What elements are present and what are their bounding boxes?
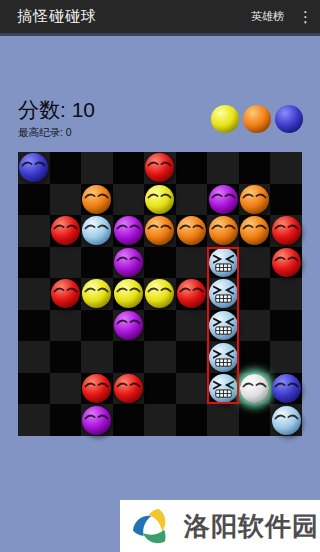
blue-closed-eyes-face-icon	[272, 374, 301, 403]
blue-grit-teeth-ball[interactable]	[209, 311, 238, 340]
purple-ball[interactable]	[114, 248, 143, 277]
board-cell-r2c3[interactable]	[113, 215, 145, 247]
yellow-closed-eyes-face-icon	[145, 279, 174, 308]
red-ball[interactable]	[114, 374, 143, 403]
orange-ball[interactable]	[240, 185, 269, 214]
red-ball[interactable]	[145, 153, 174, 182]
board-cell-r0c8[interactable]	[270, 152, 302, 184]
board-cell-r4c7[interactable]	[239, 278, 271, 310]
board-cell-r7c6[interactable]	[207, 373, 239, 405]
board-cell-r5c2[interactable]	[81, 310, 113, 342]
orange-closed-eyes-face-icon	[82, 185, 111, 214]
board-cell-r7c0[interactable]	[18, 373, 50, 405]
board-cell-r1c6[interactable]	[207, 184, 239, 216]
board-cell-r3c6[interactable]	[207, 247, 239, 279]
purple-closed-eyes-face-icon	[114, 216, 143, 245]
app-title: 搞怪碰碰球	[17, 7, 97, 26]
board-cell-r4c2[interactable]	[81, 278, 113, 310]
orange-closed-eyes-face-icon	[240, 216, 269, 245]
orange-closed-eyes-face-icon	[177, 216, 206, 245]
board-cell-r2c1[interactable]	[50, 215, 82, 247]
board-cell-r0c1[interactable]	[50, 152, 82, 184]
board-cell-r6c0[interactable]	[18, 341, 50, 373]
board-cell-r7c8[interactable]	[270, 373, 302, 405]
next-yellow-ball	[211, 105, 239, 133]
board-cell-r8c8[interactable]	[270, 404, 302, 436]
red-closed-eyes-face-icon	[51, 216, 80, 245]
white-closed-eyes-face-icon	[240, 374, 269, 403]
board-cell-r4c8[interactable]	[270, 278, 302, 310]
board-cell-r3c1[interactable]	[50, 247, 82, 279]
board-cell-r0c3[interactable]	[113, 152, 145, 184]
blue-grit-teeth-angry-face-icon	[209, 311, 238, 340]
yellow-ball[interactable]	[145, 279, 174, 308]
board-cell-r4c6[interactable]	[207, 278, 239, 310]
board-cell-r3c0[interactable]	[18, 247, 50, 279]
white-ball[interactable]	[240, 374, 269, 403]
purple-closed-eyes-face-icon	[209, 185, 238, 214]
purple-closed-eyes-face-icon	[82, 406, 111, 435]
board-cell-r8c4[interactable]	[144, 404, 176, 436]
next-blue-ball	[275, 105, 303, 133]
yellow-closed-eyes-face-icon	[145, 185, 174, 214]
board-cell-r4c1[interactable]	[50, 278, 82, 310]
orange-closed-eyes-face-icon	[145, 216, 174, 245]
board-cell-r4c0[interactable]	[18, 278, 50, 310]
board-cell-r1c4[interactable]	[144, 184, 176, 216]
red-closed-eyes-face-icon	[145, 153, 174, 182]
cyan-closed-eyes-face-icon	[82, 216, 111, 245]
red-ball[interactable]	[51, 279, 80, 308]
board-cell-r2c6[interactable]	[207, 215, 239, 247]
board-cell-r6c6[interactable]	[207, 341, 239, 373]
orange-ball[interactable]	[209, 216, 238, 245]
blue-grit-teeth-ball[interactable]	[209, 343, 238, 372]
board-cell-r6c4[interactable]	[144, 341, 176, 373]
purple-ball[interactable]	[209, 185, 238, 214]
board-cell-r0c2[interactable]	[81, 152, 113, 184]
board-cell-r5c4[interactable]	[144, 310, 176, 342]
red-closed-eyes-face-icon	[114, 374, 143, 403]
board-cell-r6c5[interactable]	[176, 341, 208, 373]
watermark: 洛阳软件园	[120, 500, 320, 552]
next-balls-preview	[211, 105, 303, 133]
blue-grit-teeth-ball[interactable]	[209, 279, 238, 308]
board-cell-r5c5[interactable]	[176, 310, 208, 342]
orange-closed-eyes-face-icon	[240, 185, 269, 214]
next-orange-ball	[243, 105, 271, 133]
red-ball[interactable]	[272, 216, 301, 245]
board-cell-r5c7[interactable]	[239, 310, 271, 342]
board-cell-r6c1[interactable]	[50, 341, 82, 373]
board-cell-r3c2[interactable]	[81, 247, 113, 279]
purple-ball[interactable]	[114, 216, 143, 245]
board-cell-r1c5[interactable]	[176, 184, 208, 216]
board-cell-r0c4[interactable]	[144, 152, 176, 184]
board-cell-r3c8[interactable]	[270, 247, 302, 279]
board-cell-r1c3[interactable]	[113, 184, 145, 216]
orange-ball[interactable]	[145, 216, 174, 245]
software-park-logo-icon	[128, 503, 178, 549]
board-cell-r7c5[interactable]	[176, 373, 208, 405]
red-ball[interactable]	[272, 248, 301, 277]
board-cell-r0c5[interactable]	[176, 152, 208, 184]
watermark-text: 洛阳软件园	[184, 509, 319, 544]
board-cell-r7c3[interactable]	[113, 373, 145, 405]
orange-ball[interactable]	[82, 185, 111, 214]
board-cell-r3c7[interactable]	[239, 247, 271, 279]
board-cell-r1c7[interactable]	[239, 184, 271, 216]
game-board[interactable]	[18, 152, 302, 436]
yellow-ball[interactable]	[82, 279, 111, 308]
board-cell-r1c2[interactable]	[81, 184, 113, 216]
board-cell-r7c2[interactable]	[81, 373, 113, 405]
overflow-menu-icon[interactable]: ⋮	[298, 12, 312, 22]
red-closed-eyes-face-icon	[177, 279, 206, 308]
purple-ball[interactable]	[114, 311, 143, 340]
board-cell-r5c8[interactable]	[270, 310, 302, 342]
board-cell-r3c4[interactable]	[144, 247, 176, 279]
board-cell-r8c3[interactable]	[113, 404, 145, 436]
board-cell-r5c6[interactable]	[207, 310, 239, 342]
board-cell-r7c7[interactable]	[239, 373, 271, 405]
blue-grit-teeth-angry-face-icon	[209, 374, 238, 403]
cyan-ball[interactable]	[82, 216, 111, 245]
board-cell-r2c7[interactable]	[239, 215, 271, 247]
blue-ball[interactable]	[272, 374, 301, 403]
purple-ball[interactable]	[82, 406, 111, 435]
board-cell-r6c8[interactable]	[270, 341, 302, 373]
orange-ball[interactable]	[177, 216, 206, 245]
board-cell-r8c5[interactable]	[176, 404, 208, 436]
orange-ball[interactable]	[240, 216, 269, 245]
board-cell-r6c2[interactable]	[81, 341, 113, 373]
yellow-ball[interactable]	[145, 185, 174, 214]
red-closed-eyes-face-icon	[51, 279, 80, 308]
blue-closed-eyes-face-icon	[19, 153, 48, 182]
yellow-closed-eyes-face-icon	[82, 279, 111, 308]
leaderboard-button[interactable]: 英雄榜	[251, 9, 284, 24]
board-cell-r2c2[interactable]	[81, 215, 113, 247]
board-cell-r3c5[interactable]	[176, 247, 208, 279]
purple-closed-eyes-face-icon	[114, 248, 143, 277]
board-cell-r2c4[interactable]	[144, 215, 176, 247]
board-cell-r2c0[interactable]	[18, 215, 50, 247]
board-cell-r4c3[interactable]	[113, 278, 145, 310]
board-cell-r7c1[interactable]	[50, 373, 82, 405]
board-cell-r7c4[interactable]	[144, 373, 176, 405]
red-ball[interactable]	[51, 216, 80, 245]
high-score-label: 最高纪录: 0	[18, 126, 72, 140]
red-ball[interactable]	[177, 279, 206, 308]
board-cell-r0c6[interactable]	[207, 152, 239, 184]
board-cell-r1c8[interactable]	[270, 184, 302, 216]
board-cell-r6c3[interactable]	[113, 341, 145, 373]
board-cell-r8c0[interactable]	[18, 404, 50, 436]
yellow-ball[interactable]	[114, 279, 143, 308]
board-cell-r4c5[interactable]	[176, 278, 208, 310]
board-cell-r5c0[interactable]	[18, 310, 50, 342]
board-cell-r8c1[interactable]	[50, 404, 82, 436]
board-cell-r2c5[interactable]	[176, 215, 208, 247]
blue-grit-teeth-ball[interactable]	[209, 248, 238, 277]
red-closed-eyes-face-icon	[272, 216, 301, 245]
blue-ball[interactable]	[19, 153, 48, 182]
red-ball[interactable]	[82, 374, 111, 403]
blue-grit-teeth-angry-face-icon	[209, 248, 238, 277]
cyan-ball[interactable]	[272, 406, 301, 435]
board-cell-r8c6[interactable]	[207, 404, 239, 436]
red-closed-eyes-face-icon	[272, 248, 301, 277]
board-cell-r8c7[interactable]	[239, 404, 271, 436]
board-cell-r0c0[interactable]	[18, 152, 50, 184]
blue-grit-teeth-angry-face-icon	[209, 279, 238, 308]
board-cell-r3c3[interactable]	[113, 247, 145, 279]
blue-grit-teeth-ball[interactable]	[209, 374, 238, 403]
orange-closed-eyes-face-icon	[209, 216, 238, 245]
board-cell-r1c1[interactable]	[50, 184, 82, 216]
top-app-bar: 搞怪碰碰球 英雄榜 ⋮	[0, 0, 320, 36]
cyan-closed-eyes-face-icon	[272, 406, 301, 435]
board-cell-r4c4[interactable]	[144, 278, 176, 310]
board-cell-r0c7[interactable]	[239, 152, 271, 184]
red-closed-eyes-face-icon	[82, 374, 111, 403]
score-label: 分数: 10	[18, 96, 95, 124]
purple-closed-eyes-face-icon	[114, 311, 143, 340]
board-cell-r5c1[interactable]	[50, 310, 82, 342]
board-cell-r8c2[interactable]	[81, 404, 113, 436]
yellow-closed-eyes-face-icon	[114, 279, 143, 308]
board-cell-r2c8[interactable]	[270, 215, 302, 247]
board-cell-r6c7[interactable]	[239, 341, 271, 373]
board-cell-r5c3[interactable]	[113, 310, 145, 342]
blue-grit-teeth-angry-face-icon	[209, 343, 238, 372]
board-cell-r1c0[interactable]	[18, 184, 50, 216]
